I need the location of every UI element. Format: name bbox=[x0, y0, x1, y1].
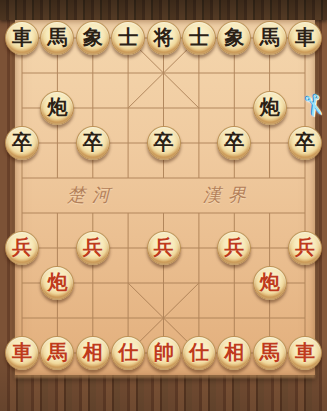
piece-label: 兵 bbox=[289, 232, 321, 264]
piece-label: 兵 bbox=[77, 232, 109, 264]
piece-red-相[interactable]: 相 bbox=[76, 336, 110, 370]
xiangqi-board[interactable]: 楚河 漢界 車馬象士将士象馬車炮炮卒卒卒卒卒兵兵兵兵兵炮炮車馬相仕帥仕相馬車 bbox=[15, 20, 315, 375]
piece-red-馬[interactable]: 馬 bbox=[40, 336, 74, 370]
piece-label: 士 bbox=[112, 22, 144, 54]
piece-red-兵[interactable]: 兵 bbox=[288, 231, 322, 265]
piece-red-帥[interactable]: 帥 bbox=[147, 336, 181, 370]
piece-black-馬[interactable]: 馬 bbox=[253, 21, 287, 55]
piece-label: 車 bbox=[6, 337, 38, 369]
piece-label: 仕 bbox=[112, 337, 144, 369]
piece-label: 相 bbox=[218, 337, 250, 369]
piece-black-卒[interactable]: 卒 bbox=[217, 126, 251, 160]
game-window: 楚河 漢界 車馬象士将士象馬車炮炮卒卒卒卒卒兵兵兵兵兵炮炮車馬相仕帥仕相馬車 ✂ bbox=[0, 0, 327, 411]
wood-frame-top bbox=[0, 0, 327, 20]
piece-label: 卒 bbox=[148, 127, 180, 159]
piece-black-象[interactable]: 象 bbox=[217, 21, 251, 55]
piece-label: 卒 bbox=[77, 127, 109, 159]
piece-black-士[interactable]: 士 bbox=[111, 21, 145, 55]
piece-label: 将 bbox=[148, 22, 180, 54]
piece-red-炮[interactable]: 炮 bbox=[253, 266, 287, 300]
piece-red-相[interactable]: 相 bbox=[217, 336, 251, 370]
piece-black-馬[interactable]: 馬 bbox=[40, 21, 74, 55]
piece-label: 馬 bbox=[254, 337, 286, 369]
piece-label: 兵 bbox=[148, 232, 180, 264]
piece-label: 卒 bbox=[289, 127, 321, 159]
piece-label: 帥 bbox=[148, 337, 180, 369]
piece-red-車[interactable]: 車 bbox=[5, 336, 39, 370]
piece-black-炮[interactable]: 炮 bbox=[40, 91, 74, 125]
piece-label: 卒 bbox=[218, 127, 250, 159]
piece-red-仕[interactable]: 仕 bbox=[111, 336, 145, 370]
piece-label: 馬 bbox=[254, 22, 286, 54]
piece-label: 車 bbox=[6, 22, 38, 54]
piece-label: 炮 bbox=[41, 267, 73, 299]
piece-black-将[interactable]: 将 bbox=[147, 21, 181, 55]
piece-black-車[interactable]: 車 bbox=[288, 21, 322, 55]
piece-red-兵[interactable]: 兵 bbox=[147, 231, 181, 265]
piece-label: 士 bbox=[183, 22, 215, 54]
piece-label: 炮 bbox=[41, 92, 73, 124]
piece-black-車[interactable]: 車 bbox=[5, 21, 39, 55]
piece-label: 相 bbox=[77, 337, 109, 369]
river-label-han-jie: 漢界 bbox=[203, 183, 253, 207]
piece-red-車[interactable]: 車 bbox=[288, 336, 322, 370]
piece-label: 車 bbox=[289, 337, 321, 369]
piece-black-炮[interactable]: 炮 bbox=[253, 91, 287, 125]
piece-black-象[interactable]: 象 bbox=[76, 21, 110, 55]
piece-black-士[interactable]: 士 bbox=[182, 21, 216, 55]
piece-label: 馬 bbox=[41, 337, 73, 369]
piece-label: 車 bbox=[289, 22, 321, 54]
piece-label: 仕 bbox=[183, 337, 215, 369]
piece-black-卒[interactable]: 卒 bbox=[147, 126, 181, 160]
piece-red-兵[interactable]: 兵 bbox=[5, 231, 39, 265]
piece-black-卒[interactable]: 卒 bbox=[288, 126, 322, 160]
piece-label: 卒 bbox=[6, 127, 38, 159]
piece-label: 兵 bbox=[218, 232, 250, 264]
piece-black-卒[interactable]: 卒 bbox=[76, 126, 110, 160]
piece-label: 炮 bbox=[254, 267, 286, 299]
piece-red-馬[interactable]: 馬 bbox=[253, 336, 287, 370]
piece-label: 馬 bbox=[41, 22, 73, 54]
piece-label: 炮 bbox=[254, 92, 286, 124]
piece-red-仕[interactable]: 仕 bbox=[182, 336, 216, 370]
piece-red-炮[interactable]: 炮 bbox=[40, 266, 74, 300]
piece-red-兵[interactable]: 兵 bbox=[217, 231, 251, 265]
piece-label: 兵 bbox=[6, 232, 38, 264]
piece-black-卒[interactable]: 卒 bbox=[5, 126, 39, 160]
piece-label: 象 bbox=[218, 22, 250, 54]
board-grid bbox=[15, 20, 315, 375]
piece-red-兵[interactable]: 兵 bbox=[76, 231, 110, 265]
piece-label: 象 bbox=[77, 22, 109, 54]
river-label-chu-he: 楚河 bbox=[67, 183, 117, 207]
